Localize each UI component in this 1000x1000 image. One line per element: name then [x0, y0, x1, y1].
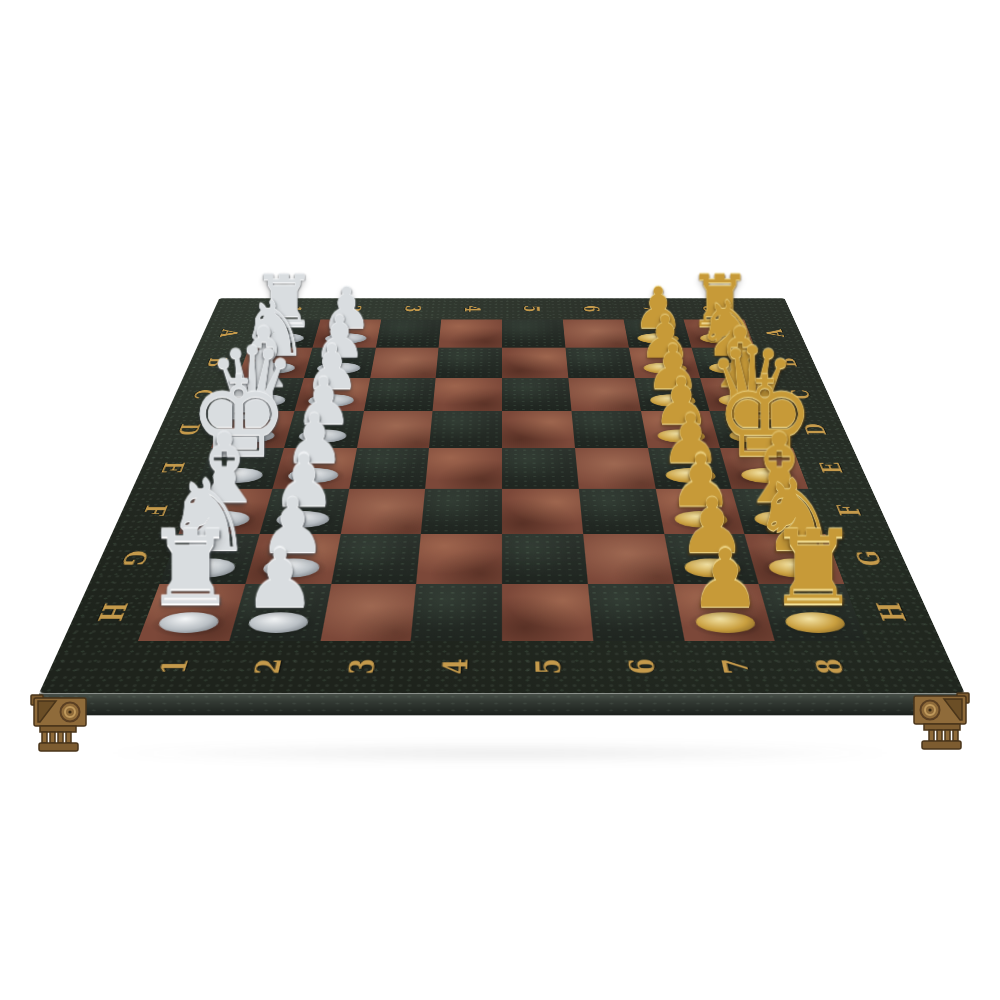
square-b2[interactable]	[304, 347, 376, 377]
square-a8[interactable]	[684, 320, 755, 348]
slab-front-edge	[39, 693, 965, 715]
photo-background: AA11BB22CC33DD44EE55FF66GG77HH88 ♜♞♝♛♚♝♞…	[0, 0, 1000, 1000]
piece-black-pawn-h7[interactable]: ♟	[673, 584, 775, 641]
bronze-foot-left	[30, 692, 96, 756]
square-a7[interactable]	[623, 320, 692, 348]
square-c4[interactable]	[433, 378, 502, 411]
square-a4[interactable]	[439, 320, 502, 348]
square-a5[interactable]	[502, 320, 565, 348]
bronze-foot-right	[904, 690, 970, 754]
piece-glyph: ♜	[104, 517, 276, 620]
square-c5[interactable]	[502, 378, 571, 411]
chess-board: AA11BB22CC33DD44EE55FF66GG77HH88 ♜♞♝♛♚♝♞…	[39, 298, 965, 693]
square-b6[interactable]	[565, 347, 634, 377]
board-scene: AA11BB22CC33DD44EE55FF66GG77HH88 ♜♞♝♛♚♝♞…	[151, 97, 853, 799]
square-a3[interactable]	[376, 320, 442, 348]
square-b4[interactable]	[436, 347, 502, 377]
piece-white-rook-h1[interactable]: ♜	[138, 584, 245, 641]
square-b3[interactable]	[370, 347, 439, 377]
square-d4[interactable]	[429, 411, 502, 448]
square-a2[interactable]	[312, 320, 381, 348]
square-b7[interactable]	[628, 347, 700, 377]
piece-glyph: ♟	[638, 539, 810, 620]
square-b5[interactable]	[502, 347, 568, 377]
square-a1[interactable]	[249, 320, 320, 348]
square-a6[interactable]	[563, 320, 629, 348]
square-d5[interactable]	[502, 411, 575, 448]
